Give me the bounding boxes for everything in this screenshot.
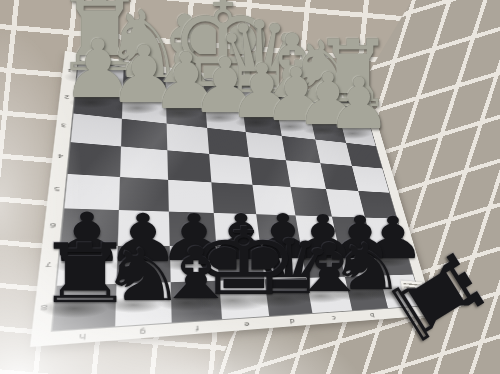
square-d5	[252, 185, 295, 216]
chessboard-photo: 12345678 hgfedcba ♜♞♝♛♚♝♞♜♟♟♟♟♟♟♟♟♟♟♟♟♟♟…	[0, 0, 500, 374]
rank-label-7: 7	[41, 260, 57, 268]
square-e4	[209, 154, 252, 185]
square-f5	[168, 180, 214, 213]
square-e3	[207, 128, 249, 158]
rank-label-2: 2	[61, 93, 73, 100]
square-d8	[265, 278, 313, 316]
square-d7	[260, 246, 306, 280]
square-h4	[68, 142, 121, 177]
square-a5	[358, 191, 396, 218]
square-d6	[256, 214, 300, 246]
square-g4	[120, 147, 168, 180]
square-f6	[168, 211, 216, 245]
square-d3	[246, 132, 286, 161]
rank-label-3: 3	[57, 122, 70, 129]
square-a4	[352, 166, 389, 193]
square-e5	[212, 182, 257, 214]
square-a3	[346, 143, 382, 169]
file-label-a: a	[403, 309, 413, 316]
square-e6	[214, 213, 260, 246]
file-label-e: e	[241, 320, 253, 328]
square-f7	[169, 245, 219, 282]
square-h3	[71, 113, 122, 146]
square-f8	[170, 281, 222, 323]
square-g7	[116, 245, 170, 284]
rank-label-4: 4	[54, 152, 68, 159]
square-h5	[64, 174, 119, 210]
square-e8	[219, 279, 269, 319]
file-label-c: c	[328, 314, 339, 322]
file-label-h: h	[75, 331, 91, 341]
square-g6	[117, 210, 169, 246]
file-label-g: g	[136, 327, 150, 336]
square-g3	[121, 118, 167, 150]
square-g8	[115, 282, 171, 326]
square-d4	[249, 157, 290, 187]
file-label-b: b	[367, 311, 377, 318]
square-g5	[119, 177, 169, 211]
square-f3	[166, 123, 209, 154]
square-a6	[365, 217, 404, 245]
square-f4	[167, 150, 212, 182]
square-e7	[217, 246, 265, 281]
chess-board: 12345678 hgfedcba	[30, 51, 435, 347]
square-a7	[372, 246, 413, 276]
square-h7	[57, 245, 118, 286]
file-label-d: d	[286, 317, 297, 325]
rank-label-8: 8	[36, 302, 52, 311]
rank-label-5: 5	[50, 185, 64, 192]
square-h8	[53, 284, 117, 330]
file-label-f: f	[191, 323, 204, 332]
board-squares	[51, 60, 423, 332]
label-sticker	[401, 280, 424, 294]
square-h6	[61, 208, 119, 245]
rank-label-6: 6	[45, 221, 60, 228]
rank-label-1: 1	[64, 67, 76, 73]
